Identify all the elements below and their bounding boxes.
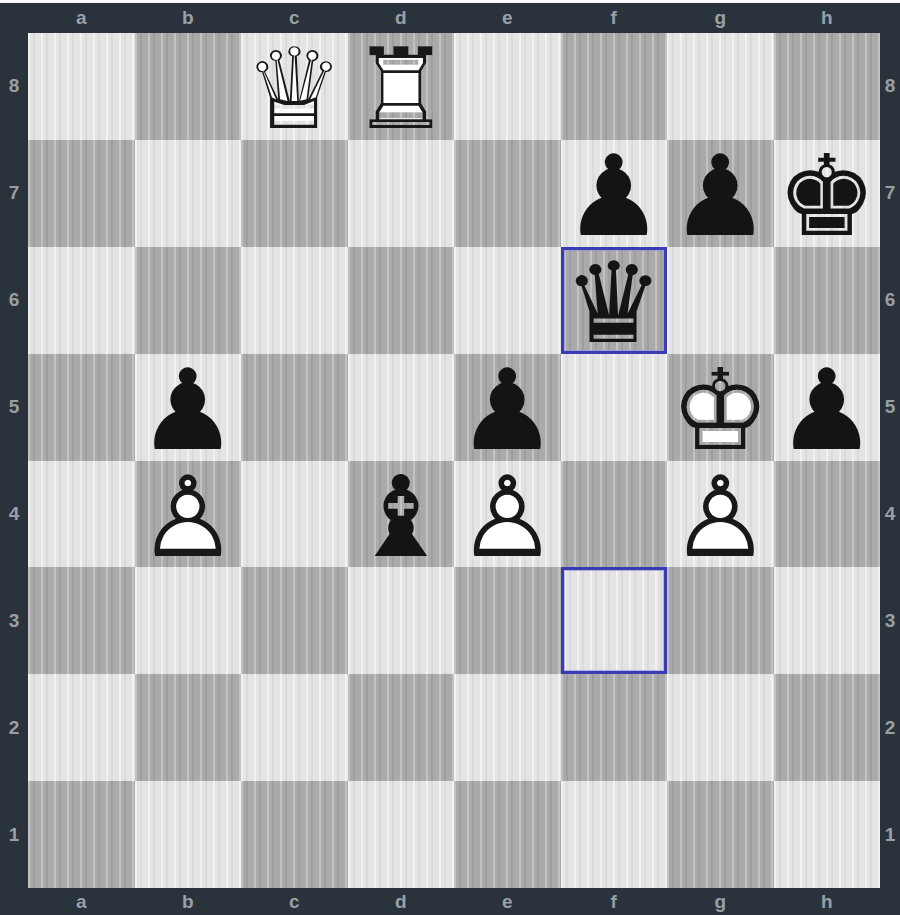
black-piece-glyph: ♟ xyxy=(774,357,881,464)
coord-rank-7-left: 7 xyxy=(0,140,28,247)
square-d5[interactable] xyxy=(348,354,455,461)
white-pawn-e4[interactable]: ♟♙ xyxy=(454,461,561,568)
square-e5[interactable]: ♟ xyxy=(454,354,561,461)
square-c8[interactable]: ♛♕ xyxy=(241,33,348,140)
square-f2[interactable] xyxy=(561,674,668,781)
square-d1[interactable] xyxy=(348,781,455,888)
square-b6[interactable] xyxy=(135,247,242,354)
black-piece-glyph: ♟ xyxy=(667,143,774,250)
coord-rank-6-right: 6 xyxy=(880,247,900,354)
square-c5[interactable] xyxy=(241,354,348,461)
square-a6[interactable] xyxy=(28,247,135,354)
square-h2[interactable] xyxy=(774,674,881,781)
coord-rank-5-right: 5 xyxy=(880,354,900,461)
square-a1[interactable] xyxy=(28,781,135,888)
square-g8[interactable] xyxy=(667,33,774,140)
coord-file-c-bottom: c xyxy=(241,888,348,915)
square-g5[interactable]: ♚♔ xyxy=(667,354,774,461)
square-f1[interactable] xyxy=(561,781,668,888)
square-b4[interactable]: ♟♙ xyxy=(135,461,242,568)
board: ♛♕♜♖♟♟♚♛♟♟♚♔♟♟♙♝♟♙♟♙ xyxy=(28,33,880,888)
square-e8[interactable] xyxy=(454,33,561,140)
square-a2[interactable] xyxy=(28,674,135,781)
coord-rank-6-left: 6 xyxy=(0,247,28,354)
black-piece-glyph: ♛ xyxy=(564,253,665,354)
coord-rank-3-left: 3 xyxy=(0,567,28,674)
black-piece-glyph: ♟ xyxy=(561,143,668,250)
white-piece-outline-glyph: ♙ xyxy=(135,464,242,571)
square-d7[interactable] xyxy=(348,140,455,247)
square-h8[interactable] xyxy=(774,33,881,140)
coord-file-b-top: b xyxy=(135,3,242,33)
black-pawn-f7[interactable]: ♟ xyxy=(561,140,668,247)
square-a4[interactable] xyxy=(28,461,135,568)
square-e3[interactable] xyxy=(454,567,561,674)
square-g3[interactable] xyxy=(667,567,774,674)
rank-labels-left: 87654321 xyxy=(0,33,28,888)
square-b2[interactable] xyxy=(135,674,242,781)
white-pawn-b4[interactable]: ♟♙ xyxy=(135,461,242,568)
square-e1[interactable] xyxy=(454,781,561,888)
coord-file-d-bottom: d xyxy=(348,888,455,915)
coord-file-f-bottom: f xyxy=(561,888,668,915)
coord-file-h-top: h xyxy=(774,3,881,33)
square-g7[interactable]: ♟ xyxy=(667,140,774,247)
square-d3[interactable] xyxy=(348,567,455,674)
coord-file-g-bottom: g xyxy=(667,888,774,915)
rank-labels-right: 87654321 xyxy=(880,33,900,888)
square-g6[interactable] xyxy=(667,247,774,354)
square-g1[interactable] xyxy=(667,781,774,888)
square-h1[interactable] xyxy=(774,781,881,888)
coord-file-a-top: a xyxy=(28,3,135,33)
square-b5[interactable]: ♟ xyxy=(135,354,242,461)
coord-file-b-bottom: b xyxy=(135,888,242,915)
black-piece-glyph: ♟ xyxy=(135,357,242,464)
square-d4[interactable]: ♝ xyxy=(348,461,455,568)
black-king-h7[interactable]: ♚ xyxy=(774,140,881,247)
black-pawn-g7[interactable]: ♟ xyxy=(667,140,774,247)
black-pawn-e5[interactable]: ♟ xyxy=(454,354,561,461)
coord-rank-7-right: 7 xyxy=(880,140,900,247)
square-a7[interactable] xyxy=(28,140,135,247)
square-b3[interactable] xyxy=(135,567,242,674)
square-c6[interactable] xyxy=(241,247,348,354)
coord-rank-2-left: 2 xyxy=(0,674,28,781)
coord-rank-8-right: 8 xyxy=(880,33,900,140)
square-c1[interactable] xyxy=(241,781,348,888)
square-c2[interactable] xyxy=(241,674,348,781)
square-d8[interactable]: ♜♖ xyxy=(348,33,455,140)
coord-file-f-top: f xyxy=(561,3,668,33)
square-h3[interactable] xyxy=(774,567,881,674)
coord-rank-4-left: 4 xyxy=(0,461,28,568)
black-piece-glyph: ♟ xyxy=(454,357,561,464)
square-f4[interactable] xyxy=(561,461,668,568)
square-e7[interactable] xyxy=(454,140,561,247)
file-labels-top: abcdefgh xyxy=(28,3,880,33)
white-piece-outline-glyph: ♕ xyxy=(241,36,348,143)
square-e4[interactable]: ♟♙ xyxy=(454,461,561,568)
square-a5[interactable] xyxy=(28,354,135,461)
square-f5[interactable] xyxy=(561,354,668,461)
square-h5[interactable]: ♟ xyxy=(774,354,881,461)
white-king-g5[interactable]: ♚♔ xyxy=(667,354,774,461)
square-c4[interactable] xyxy=(241,461,348,568)
square-f8[interactable] xyxy=(561,33,668,140)
square-b8[interactable] xyxy=(135,33,242,140)
black-queen-f6[interactable]: ♛ xyxy=(564,250,665,351)
coord-rank-1-left: 1 xyxy=(0,781,28,888)
coord-rank-3-right: 3 xyxy=(880,567,900,674)
black-pawn-b5[interactable]: ♟ xyxy=(135,354,242,461)
coord-rank-2-right: 2 xyxy=(880,674,900,781)
square-c3[interactable] xyxy=(241,567,348,674)
coord-rank-1-right: 1 xyxy=(880,781,900,888)
square-g2[interactable] xyxy=(667,674,774,781)
square-f7[interactable]: ♟ xyxy=(561,140,668,247)
square-f6[interactable]: ♛ xyxy=(561,247,668,354)
coord-file-e-top: e xyxy=(454,3,561,33)
black-piece-glyph: ♝ xyxy=(348,464,455,571)
black-piece-glyph: ♚ xyxy=(774,143,881,250)
square-e2[interactable] xyxy=(454,674,561,781)
square-h4[interactable] xyxy=(774,461,881,568)
coord-file-a-bottom: a xyxy=(28,888,135,915)
square-e6[interactable] xyxy=(454,247,561,354)
square-d6[interactable] xyxy=(348,247,455,354)
white-piece-outline-glyph: ♖ xyxy=(348,36,455,143)
square-h7[interactable]: ♚ xyxy=(774,140,881,247)
square-b1[interactable] xyxy=(135,781,242,888)
square-b7[interactable] xyxy=(135,140,242,247)
white-rook-d8[interactable]: ♜♖ xyxy=(348,33,455,140)
coord-file-g-top: g xyxy=(667,3,774,33)
square-g4[interactable]: ♟♙ xyxy=(667,461,774,568)
square-h6[interactable] xyxy=(774,247,881,354)
coord-rank-8-left: 8 xyxy=(0,33,28,140)
white-queen-c8[interactable]: ♛♕ xyxy=(241,33,348,140)
square-a8[interactable] xyxy=(28,33,135,140)
file-labels-bottom: abcdefgh xyxy=(28,888,880,915)
black-bishop-d4[interactable]: ♝ xyxy=(348,461,455,568)
chess-board-frame: abcdefgh 87654321 ♛♕♜♖♟♟♚♛♟♟♚♔♟♟♙♝♟♙♟♙ 8… xyxy=(0,0,900,915)
square-c7[interactable] xyxy=(241,140,348,247)
black-pawn-h5[interactable]: ♟ xyxy=(774,354,881,461)
square-f3[interactable] xyxy=(561,567,668,674)
white-pawn-g4[interactable]: ♟♙ xyxy=(667,461,774,568)
white-piece-outline-glyph: ♙ xyxy=(454,464,561,571)
coord-rank-4-right: 4 xyxy=(880,461,900,568)
square-d2[interactable] xyxy=(348,674,455,781)
coord-file-h-bottom: h xyxy=(774,888,881,915)
white-piece-outline-glyph: ♙ xyxy=(667,464,774,571)
square-a3[interactable] xyxy=(28,567,135,674)
coord-rank-5-left: 5 xyxy=(0,354,28,461)
white-piece-outline-glyph: ♔ xyxy=(667,357,774,464)
coord-file-e-bottom: e xyxy=(454,888,561,915)
